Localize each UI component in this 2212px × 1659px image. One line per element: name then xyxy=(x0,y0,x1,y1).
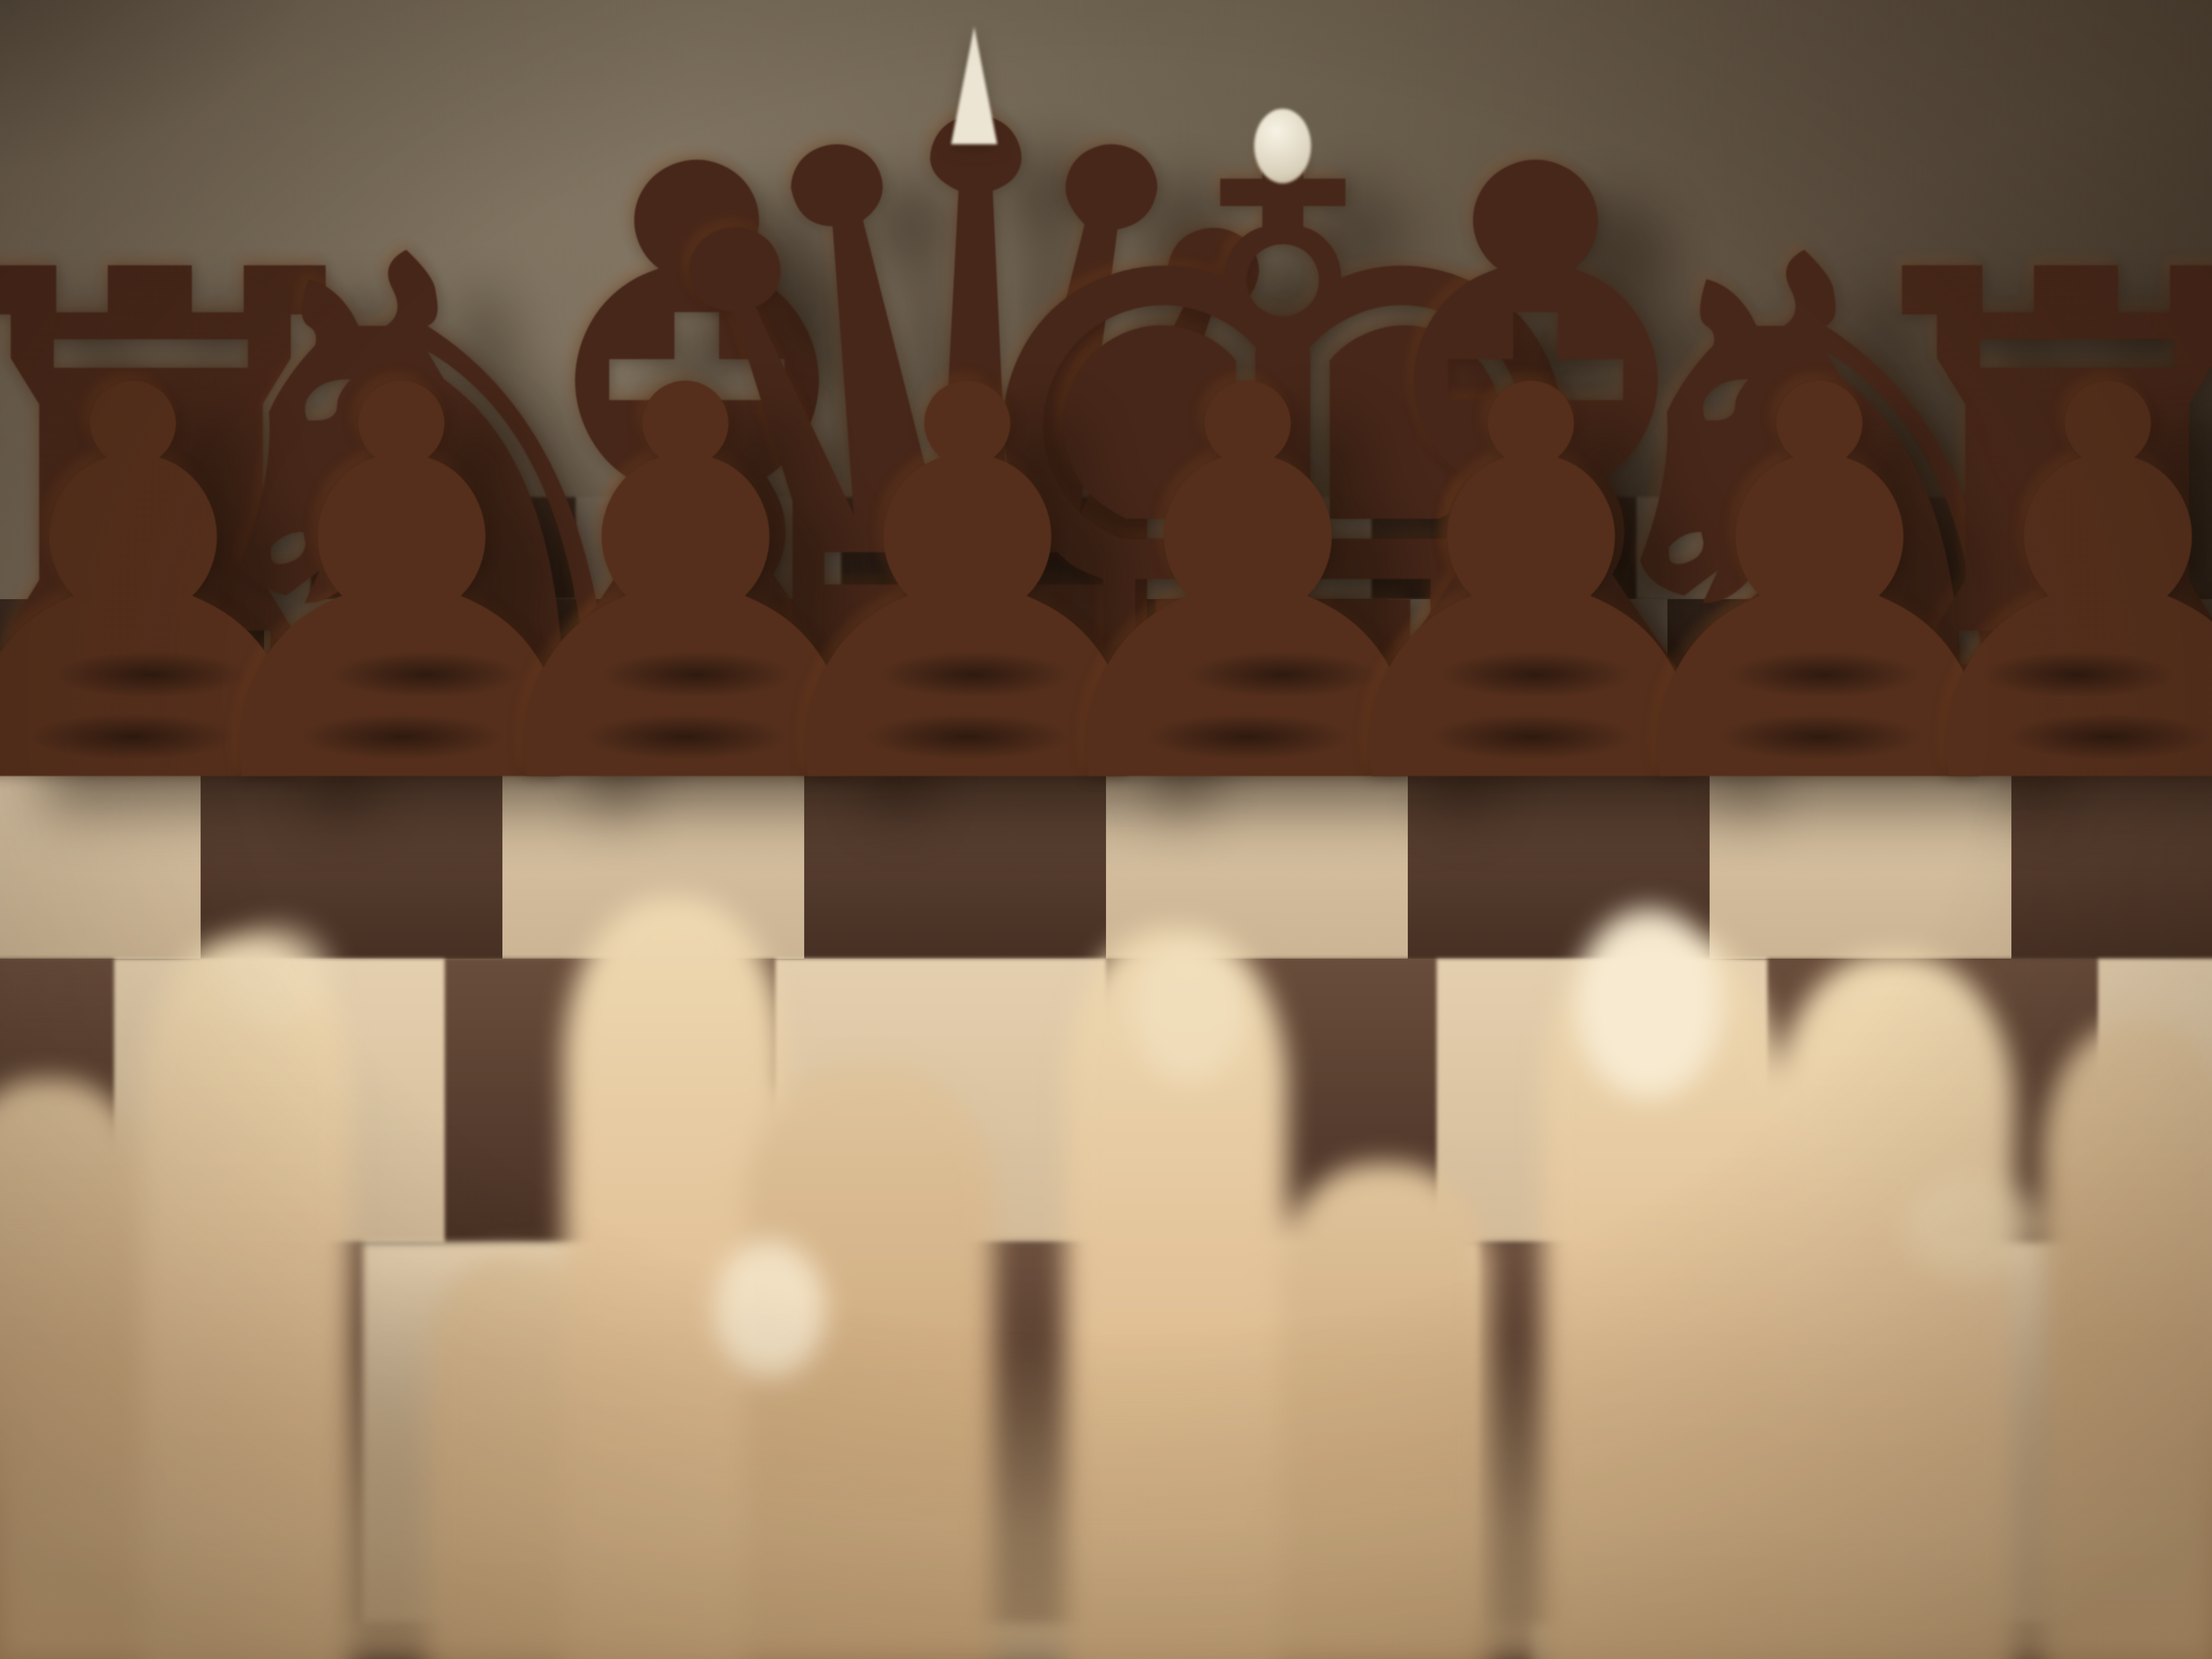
chess-photo-scene: ♜♞♝♛♚♝♞♜♟♟♟♟♟♟♟♟ Standard chess starting… xyxy=(0,0,2212,1659)
bokeh-highlight-3 xyxy=(1904,1172,2037,1278)
white-pieces-blurred-layer xyxy=(0,0,2212,1659)
bokeh-highlight-4 xyxy=(1132,941,1247,1083)
bokeh-highlight-1 xyxy=(1576,908,1722,1098)
bokeh-highlight-5 xyxy=(217,923,333,1021)
foreground-light-wash xyxy=(0,1339,2212,1659)
